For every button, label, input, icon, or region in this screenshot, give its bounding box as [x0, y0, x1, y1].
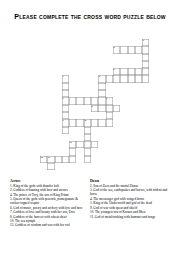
crossword-block [135, 163, 142, 170]
crossword-block [40, 54, 47, 61]
crossword-block [47, 112, 54, 119]
crossword-block [113, 163, 120, 170]
crossword-block [76, 54, 83, 61]
crossword-cell[interactable]: 13 [47, 156, 54, 163]
down-clue-items: 2. Son of Zeus and the mortal Danae3. Go… [90, 185, 174, 220]
crossword-block [135, 119, 142, 126]
crossword-block [40, 61, 47, 68]
crossword-block [47, 39, 54, 46]
crossword-cell[interactable] [142, 75, 149, 82]
crossword-cell[interactable] [62, 90, 69, 97]
crossword-cell[interactable]: 5 [98, 75, 105, 82]
crossword-block [128, 54, 135, 61]
crossword-block [55, 105, 62, 112]
crossword-block [106, 141, 113, 148]
crossword-block [135, 112, 142, 119]
crossword-block [120, 134, 127, 141]
crossword-cell[interactable] [76, 141, 83, 148]
crossword-block [149, 148, 156, 155]
crossword-block [98, 163, 105, 170]
crossword-block [40, 141, 47, 148]
crossword-block [98, 46, 105, 53]
crossword-block [120, 83, 127, 90]
crossword-block [69, 90, 76, 97]
crossword-block [113, 112, 120, 119]
crossword-block [135, 90, 142, 97]
crossword-block [128, 61, 135, 68]
crossword-block [149, 68, 156, 75]
crossword-cell[interactable] [84, 134, 91, 141]
crossword-cell[interactable] [84, 148, 91, 155]
crossword-cell[interactable] [98, 90, 105, 97]
crossword-cell[interactable] [62, 105, 69, 112]
crossword-cell[interactable] [106, 105, 113, 112]
crossword-block [120, 141, 127, 148]
crossword-block [55, 97, 62, 104]
crossword-block [47, 68, 54, 75]
crossword-block [55, 75, 62, 82]
crossword-block [149, 141, 156, 148]
crossword-block [120, 163, 127, 170]
crossword-block [40, 127, 47, 134]
crossword-cell[interactable] [62, 83, 69, 90]
crossword-block [47, 105, 54, 112]
crossword-block [149, 156, 156, 163]
crossword-block [84, 39, 91, 46]
crossword-block [113, 134, 120, 141]
crossword-block [47, 141, 54, 148]
crossword-block [98, 127, 105, 134]
crossword-block [40, 97, 47, 104]
crossword-cell[interactable]: 10 [84, 119, 91, 126]
crossword-block [40, 83, 47, 90]
crossword-block [84, 83, 91, 90]
clue-item: 11. God of metalworking with hammer and … [90, 216, 174, 220]
crossword-cell[interactable] [84, 156, 91, 163]
crossword-block [91, 83, 98, 90]
crossword-cell[interactable] [135, 75, 142, 82]
crossword-block [142, 112, 149, 119]
crossword-block [149, 112, 156, 119]
crossword-block [142, 83, 149, 90]
crossword-cell[interactable] [91, 119, 98, 126]
crossword-block [69, 105, 76, 112]
crossword-block [69, 61, 76, 68]
cell-number: 9 [62, 119, 63, 121]
crossword-block [128, 119, 135, 126]
crossword-block [128, 97, 135, 104]
crossword-block [47, 75, 54, 82]
crossword-block [76, 163, 83, 170]
crossword-block [91, 61, 98, 68]
crossword-block [55, 134, 62, 141]
crossword-cell[interactable] [106, 75, 113, 82]
cell-number: 4 [62, 75, 63, 77]
crossword-block [40, 134, 47, 141]
crossword-cell[interactable] [62, 112, 69, 119]
crossword-block [120, 61, 127, 68]
crossword-block [120, 127, 127, 134]
crossword-block [128, 148, 135, 155]
crossword-block [47, 134, 54, 141]
crossword-block [142, 127, 149, 134]
across-clue-items: 1. King of the gods with thunder bolt2. … [10, 185, 88, 229]
crossword-block [149, 46, 156, 53]
crossword-block [98, 156, 105, 163]
crossword-block [120, 119, 127, 126]
crossword-block [120, 90, 127, 97]
crossword-block [55, 61, 62, 68]
crossword-block [142, 134, 149, 141]
crossword-block [128, 141, 135, 148]
crossword-block [47, 90, 54, 97]
cell-number: 6 [62, 97, 63, 99]
crossword-block [142, 163, 149, 170]
crossword-block [69, 75, 76, 82]
crossword-block [76, 156, 83, 163]
crossword-cell[interactable] [106, 119, 113, 126]
crossword-block [142, 90, 149, 97]
crossword-block [128, 112, 135, 119]
crossword-block [142, 119, 149, 126]
crossword-block [91, 127, 98, 134]
crossword-block [55, 39, 62, 46]
crossword-block [76, 112, 83, 119]
crossword-block [55, 119, 62, 126]
crossword-block [76, 105, 83, 112]
crossword-block [40, 119, 47, 126]
crossword-block [84, 163, 91, 170]
crossword-cell[interactable] [113, 75, 120, 82]
crossword-cell[interactable] [69, 97, 76, 104]
cell-number: 1 [143, 39, 144, 41]
crossword-cell[interactable]: 11 [69, 141, 76, 148]
crossword-block [84, 90, 91, 97]
crossword-block [106, 46, 113, 53]
crossword-block [98, 112, 105, 119]
crossword-block [76, 75, 83, 82]
crossword-block [135, 127, 142, 134]
crossword-block [142, 141, 149, 148]
crossword-block [76, 39, 83, 46]
crossword-block [91, 46, 98, 53]
crossword-block [91, 54, 98, 61]
crossword-block [135, 39, 142, 46]
crossword-block [135, 156, 142, 163]
crossword-block [149, 54, 156, 61]
cell-number: 10 [84, 119, 86, 121]
crossword-block [128, 105, 135, 112]
crossword-block [40, 68, 47, 75]
crossword-block [69, 83, 76, 90]
crossword-cell[interactable] [142, 68, 149, 75]
crossword-block [128, 156, 135, 163]
crossword-cell[interactable] [62, 127, 69, 134]
crossword-block [40, 75, 47, 82]
crossword-block [91, 75, 98, 82]
crossword-block [55, 112, 62, 119]
crossword-block [142, 156, 149, 163]
crossword-cell[interactable] [98, 119, 105, 126]
crossword-block [142, 105, 149, 112]
page-title: Please complete the cross word puzzle be… [11, 12, 169, 21]
crossword-block [98, 148, 105, 155]
cell-number: 3 [114, 68, 115, 70]
crossword-block [91, 163, 98, 170]
crossword-block [76, 83, 83, 90]
crossword-block [106, 134, 113, 141]
crossword-block [113, 141, 120, 148]
crossword-block [40, 148, 47, 155]
crossword-cell[interactable]: 3 [113, 68, 120, 75]
crossword-cell[interactable] [98, 105, 105, 112]
crossword-block [84, 75, 91, 82]
crossword-block [91, 134, 98, 141]
crossword-block [62, 61, 69, 68]
crossword-cell[interactable]: 1 [142, 39, 149, 46]
crossword-block [84, 105, 91, 112]
crossword-block [76, 68, 83, 75]
crossword-block [135, 54, 142, 61]
crossword-block [106, 90, 113, 97]
crossword-block [113, 90, 120, 97]
crossword-block [47, 46, 54, 53]
crossword-cell[interactable]: 4 [62, 75, 69, 82]
crossword-block [76, 127, 83, 134]
crossword-block [91, 68, 98, 75]
crossword-block [62, 54, 69, 61]
crossword-block [135, 83, 142, 90]
crossword-block [62, 148, 69, 155]
crossword-block [47, 127, 54, 134]
crossword-cell[interactable]: 8 [91, 105, 98, 112]
crossword-block [62, 46, 69, 53]
crossword-block [40, 105, 47, 112]
crossword-block [120, 39, 127, 46]
crossword-cell[interactable] [76, 97, 83, 104]
crossword-block [113, 61, 120, 68]
crossword-block [113, 39, 120, 46]
down-clues: Down 2. Son of Zeus and the mortal Danae… [90, 179, 174, 220]
crossword-block [40, 112, 47, 119]
crossword-block [113, 119, 120, 126]
crossword-cell[interactable] [62, 156, 69, 163]
crossword-block [149, 134, 156, 141]
crossword-block [55, 54, 62, 61]
crossword-cell[interactable] [47, 163, 54, 170]
crossword-block [40, 163, 47, 170]
crossword-block [55, 141, 62, 148]
crossword-block [84, 54, 91, 61]
crossword-block [98, 68, 105, 75]
cell-number: 2 [114, 46, 115, 48]
crossword-block [84, 61, 91, 68]
crossword-block [55, 46, 62, 53]
crossword-block [40, 46, 47, 53]
crossword-cell[interactable] [69, 156, 76, 163]
crossword-block [149, 90, 156, 97]
crossword-block [135, 61, 142, 68]
crossword-cell[interactable] [106, 112, 113, 119]
crossword-cell[interactable]: 6 [62, 97, 69, 104]
crossword-block [128, 163, 135, 170]
crossword-cell[interactable] [84, 141, 91, 148]
cell-number: 12 [41, 156, 43, 158]
crossword-cell[interactable]: 2 [113, 46, 120, 53]
crossword-block [128, 83, 135, 90]
crossword-cell[interactable] [91, 141, 98, 148]
crossword-block [76, 148, 83, 155]
crossword-block [84, 68, 91, 75]
crossword-cell[interactable] [142, 61, 149, 68]
crossword-block [55, 148, 62, 155]
cell-number: 8 [92, 105, 93, 107]
crossword-cell[interactable] [120, 75, 127, 82]
crossword-cell[interactable] [128, 68, 135, 75]
crossword-cell[interactable] [84, 127, 91, 134]
crossword-block [84, 112, 91, 119]
crossword-block [62, 134, 69, 141]
crossword-block [149, 105, 156, 112]
crossword-block [91, 39, 98, 46]
crossword-cell[interactable] [84, 97, 91, 104]
crossword-block [40, 39, 47, 46]
crossword-cell[interactable] [135, 46, 142, 53]
crossword-cell[interactable] [142, 46, 149, 53]
crossword-block [91, 156, 98, 163]
crossword-cell[interactable]: 12 [40, 156, 47, 163]
worksheet-page: Please complete the cross word puzzle be… [0, 0, 180, 255]
crossword-block [128, 39, 135, 46]
crossword-block [62, 141, 69, 148]
crossword-block [98, 141, 105, 148]
clue-item: 12. Goddess of wisdom and war with her o… [10, 224, 88, 228]
across-header: Across [10, 179, 88, 183]
crossword-block [106, 148, 113, 155]
crossword-block [106, 156, 113, 163]
crossword-cell[interactable] [91, 97, 98, 104]
crossword-block [76, 46, 83, 53]
crossword-block [98, 39, 105, 46]
crossword-block [84, 46, 91, 53]
crossword-block [69, 112, 76, 119]
crossword-block [113, 127, 120, 134]
crossword-cell[interactable] [113, 105, 120, 112]
crossword-grid: 12345678910111213 [40, 39, 157, 170]
crossword-block [98, 61, 105, 68]
crossword-block [135, 97, 142, 104]
crossword-cell[interactable] [128, 46, 135, 53]
crossword-block [69, 163, 76, 170]
crossword-block [135, 141, 142, 148]
crossword-block [149, 97, 156, 104]
crossword-block [55, 127, 62, 134]
cell-number: 5 [99, 75, 100, 77]
crossword-block [149, 119, 156, 126]
clue-item: 3. God of the sea, earthquakes and horse… [90, 189, 174, 197]
cell-number: 13 [48, 156, 50, 158]
crossword-block [69, 68, 76, 75]
cell-number: 11 [70, 141, 72, 143]
crossword-block [149, 39, 156, 46]
crossword-cell[interactable] [128, 75, 135, 82]
crossword-block [113, 83, 120, 90]
crossword-block [55, 90, 62, 97]
crossword-cell[interactable]: 7 [106, 97, 113, 104]
crossword-block [98, 134, 105, 141]
crossword-block [62, 163, 69, 170]
crossword-cell[interactable] [135, 68, 142, 75]
crossword-block [47, 119, 54, 126]
crossword-block [76, 90, 83, 97]
down-header: Down [90, 179, 174, 183]
crossword-block [142, 148, 149, 155]
crossword-block [113, 97, 120, 104]
crossword-block [149, 75, 156, 82]
crossword-cell[interactable] [142, 54, 149, 61]
crossword-block [135, 105, 142, 112]
crossword-cell[interactable] [55, 156, 62, 163]
crossword-block [106, 83, 113, 90]
crossword-block [69, 134, 76, 141]
crossword-block [62, 39, 69, 46]
crossword-block [128, 134, 135, 141]
crossword-block [55, 163, 62, 170]
crossword-block [55, 68, 62, 75]
crossword-block [120, 54, 127, 61]
crossword-block [98, 54, 105, 61]
crossword-cell[interactable] [69, 119, 76, 126]
crossword-block [149, 127, 156, 134]
clue-item: 5. Queen of the gods with peacock, pomeg… [10, 198, 88, 206]
cell-number: 7 [106, 97, 107, 99]
crossword-block [106, 61, 113, 68]
crossword-cell[interactable] [98, 83, 105, 90]
crossword-block [40, 90, 47, 97]
crossword-block [128, 127, 135, 134]
crossword-block [76, 61, 83, 68]
crossword-block [106, 68, 113, 75]
crossword-block [128, 90, 135, 97]
crossword-block [106, 54, 113, 61]
crossword-block [149, 83, 156, 90]
crossword-block [120, 148, 127, 155]
crossword-block [69, 127, 76, 134]
crossword-cell[interactable] [98, 97, 105, 104]
crossword-cell[interactable] [120, 46, 127, 53]
crossword-cell[interactable] [76, 119, 83, 126]
crossword-block [47, 61, 54, 68]
crossword-cell[interactable]: 9 [62, 119, 69, 126]
crossword-cell[interactable] [120, 68, 127, 75]
crossword-block [120, 97, 127, 104]
crossword-block [113, 148, 120, 155]
crossword-block [47, 148, 54, 155]
crossword-block [106, 39, 113, 46]
crossword-block [142, 97, 149, 104]
crossword-block [47, 54, 54, 61]
crossword-block [106, 163, 113, 170]
across-clues: Across 1. King of the gods with thunder … [10, 179, 88, 229]
crossword-block [106, 127, 113, 134]
crossword-block [55, 83, 62, 90]
crossword-cell[interactable] [69, 148, 76, 155]
crossword-block [120, 156, 127, 163]
crossword-block [91, 90, 98, 97]
crossword-block [69, 46, 76, 53]
crossword-block [69, 39, 76, 46]
crossword-block [76, 134, 83, 141]
